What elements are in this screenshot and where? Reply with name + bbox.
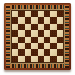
chess-board xyxy=(4,3,71,70)
board-grid xyxy=(12,11,63,62)
border-ornament-bottom xyxy=(6,64,69,68)
border-ornament-right xyxy=(65,5,69,68)
photo-background: { "game": "chess", "position": "8/8/8/8/… xyxy=(0,0,75,75)
board-square[interactable] xyxy=(57,56,63,62)
